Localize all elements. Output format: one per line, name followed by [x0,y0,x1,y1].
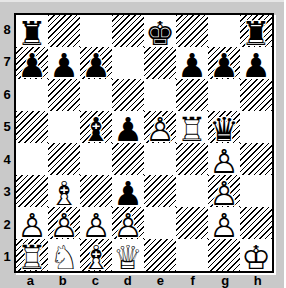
square-g2[interactable]: ♟♙ [208,207,240,239]
square-d2[interactable]: ♟♙ [112,207,144,239]
piece-black-pawn[interactable]: ♟ [112,111,144,143]
square-f8[interactable] [176,15,208,47]
piece-outline: ♘ [48,241,80,273]
square-d6[interactable] [112,79,144,111]
piece-glyph: ♟ [48,49,80,81]
piece-outline: ♙ [208,145,240,177]
square-h3[interactable] [240,175,272,207]
square-d7[interactable] [112,47,144,79]
piece-glyph: ♛ [208,113,240,145]
square-f2[interactable] [176,207,208,239]
square-g8[interactable] [208,15,240,47]
file-label-a: a [14,272,47,288]
piece-glyph: ♟ [240,49,272,81]
square-a3[interactable] [16,175,48,207]
piece-outline: ♙ [208,209,240,241]
square-b6[interactable] [48,79,80,111]
square-f5[interactable]: ♜♖ [176,111,208,143]
piece-white-pawn[interactable]: ♟♙ [48,207,80,239]
piece-black-queen[interactable]: ♛ [208,111,240,143]
square-b4[interactable] [48,143,80,175]
file-label-f: f [177,272,210,288]
piece-white-pawn[interactable]: ♟♙ [112,207,144,239]
square-d3[interactable]: ♟ [112,175,144,207]
piece-outline: ♔ [240,241,272,273]
square-b7[interactable]: ♟ [48,47,80,79]
piece-white-pawn[interactable]: ♟♙ [208,143,240,175]
piece-glyph: ♟ [208,49,240,81]
square-d4[interactable] [112,143,144,175]
piece-white-bishop[interactable]: ♝♗ [48,175,80,207]
file-label-d: d [112,272,145,288]
square-b2[interactable]: ♟♙ [48,207,80,239]
square-a5[interactable] [16,111,48,143]
square-c6[interactable] [80,79,112,111]
square-e5[interactable]: ♟♙ [144,111,176,143]
square-a8[interactable]: ♜ [16,15,48,47]
square-b1[interactable]: ♞♘ [48,239,80,271]
square-a6[interactable] [16,79,48,111]
square-e4[interactable] [144,143,176,175]
square-f3[interactable] [176,175,208,207]
square-d5[interactable]: ♟ [112,111,144,143]
piece-glyph: ♟ [112,177,144,209]
window-right-edge [284,0,286,288]
square-h7[interactable]: ♟ [240,47,272,79]
square-h8[interactable]: ♜ [240,15,272,47]
square-c3[interactable] [80,175,112,207]
piece-outline: ♖ [16,241,48,273]
rank-label-8: 8 [0,13,14,46]
piece-black-pawn[interactable]: ♟ [240,47,272,79]
square-e3[interactable] [144,175,176,207]
square-h5[interactable] [240,111,272,143]
square-b3[interactable]: ♝♗ [48,175,80,207]
square-c1[interactable]: ♝♗ [80,239,112,271]
piece-glyph: ♜ [240,17,272,49]
piece-black-pawn[interactable]: ♟ [208,47,240,79]
square-e7[interactable] [144,47,176,79]
square-c8[interactable] [80,15,112,47]
square-h6[interactable] [240,79,272,111]
square-h4[interactable] [240,143,272,175]
piece-outline: ♙ [144,113,176,145]
square-g1[interactable] [208,239,240,271]
square-g7[interactable]: ♟ [208,47,240,79]
piece-black-king[interactable]: ♚ [144,15,176,47]
piece-black-rook[interactable]: ♜ [240,15,272,47]
piece-black-pawn[interactable]: ♟ [80,47,112,79]
piece-outline: ♙ [112,209,144,241]
piece-white-pawn[interactable]: ♟♙ [208,207,240,239]
rank-label-6: 6 [0,78,14,111]
square-d8[interactable] [112,15,144,47]
piece-white-pawn[interactable]: ♟♙ [208,175,240,207]
piece-glyph: ♚ [144,17,176,49]
square-d1[interactable]: ♛♕ [112,239,144,271]
rank-label-4: 4 [0,143,14,176]
square-e8[interactable]: ♚ [144,15,176,47]
piece-outline: ♗ [48,177,80,209]
rank-labels: 87654321 [0,13,14,273]
piece-white-bishop[interactable]: ♝♗ [80,239,112,271]
piece-white-pawn[interactable]: ♟♙ [16,207,48,239]
square-c4[interactable] [80,143,112,175]
square-f6[interactable] [176,79,208,111]
square-c2[interactable]: ♟♙ [80,207,112,239]
square-g5[interactable]: ♛ [208,111,240,143]
chess-board: ♜♚♜♟♟♟♟♟♟♝♟♟♙♜♖♛♟♙♝♗♟♟♙♟♙♟♙♟♙♟♙♟♙♜♖♞♘♝♗♛… [14,13,274,273]
square-h1[interactable]: ♚♔ [240,239,272,271]
square-e1[interactable] [144,239,176,271]
file-label-h: h [242,272,275,288]
piece-white-pawn[interactable]: ♟♙ [80,207,112,239]
piece-black-rook[interactable]: ♜ [16,15,48,47]
piece-white-rook[interactable]: ♜♖ [16,239,48,271]
piece-white-knight[interactable]: ♞♘ [48,239,80,271]
square-c5[interactable]: ♝ [80,111,112,143]
piece-outline: ♙ [208,177,240,209]
square-f4[interactable] [176,143,208,175]
piece-glyph: ♟ [176,49,208,81]
piece-white-king[interactable]: ♚♔ [240,239,272,271]
square-g3[interactable]: ♟♙ [208,175,240,207]
file-label-e: e [144,272,177,288]
piece-glyph: ♟ [80,49,112,81]
piece-outline: ♗ [80,241,112,273]
square-a2[interactable]: ♟♙ [16,207,48,239]
piece-outline: ♙ [80,209,112,241]
piece-black-bishop[interactable]: ♝ [80,111,112,143]
square-a7[interactable]: ♟ [16,47,48,79]
piece-black-pawn[interactable]: ♟ [176,47,208,79]
square-f7[interactable]: ♟ [176,47,208,79]
piece-glyph: ♜ [16,17,48,49]
piece-outline: ♙ [16,209,48,241]
square-f1[interactable] [176,239,208,271]
rank-label-2: 2 [0,208,14,241]
rank-label-7: 7 [0,46,14,79]
piece-black-pawn[interactable]: ♟ [112,175,144,207]
rank-label-5: 5 [0,111,14,144]
window-top-edge [0,0,286,2]
piece-white-queen[interactable]: ♛♕ [112,239,144,271]
piece-black-pawn[interactable]: ♟ [48,47,80,79]
square-g6[interactable] [208,79,240,111]
square-b5[interactable] [48,111,80,143]
file-label-g: g [209,272,242,288]
square-h2[interactable] [240,207,272,239]
piece-white-rook[interactable]: ♜♖ [176,111,208,143]
file-label-c: c [79,272,112,288]
square-b8[interactable] [48,15,80,47]
piece-outline: ♙ [48,209,80,241]
square-g4[interactable]: ♟♙ [208,143,240,175]
piece-white-pawn[interactable]: ♟♙ [144,111,176,143]
square-a1[interactable]: ♜♖ [16,239,48,271]
file-label-b: b [47,272,80,288]
rank-label-3: 3 [0,176,14,209]
square-e6[interactable] [144,79,176,111]
file-labels: abcdefgh [14,272,274,288]
piece-glyph: ♟ [16,49,48,81]
square-a4[interactable] [16,143,48,175]
square-c7[interactable]: ♟ [80,47,112,79]
square-e2[interactable] [144,207,176,239]
piece-black-pawn[interactable]: ♟ [16,47,48,79]
chess-diagram: 87654321 ♜♚♜♟♟♟♟♟♟♝♟♟♙♜♖♛♟♙♝♗♟♟♙♟♙♟♙♟♙♟♙… [0,0,286,288]
piece-glyph: ♟ [112,113,144,145]
piece-outline: ♖ [176,113,208,145]
piece-outline: ♕ [112,241,144,273]
rank-label-1: 1 [0,241,14,274]
piece-glyph: ♝ [80,113,112,145]
